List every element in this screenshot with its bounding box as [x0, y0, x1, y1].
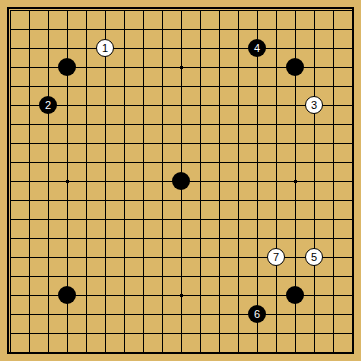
board-cell [162, 48, 181, 67]
board-cell [200, 200, 219, 219]
board-cell [162, 29, 181, 48]
black-handicap-stone [286, 58, 304, 76]
board-cell [105, 67, 124, 86]
board-cell [219, 48, 238, 67]
board-cell [200, 10, 219, 29]
board-cell [124, 124, 143, 143]
board-cell [86, 238, 105, 257]
board-cell [314, 143, 333, 162]
board-cell [105, 200, 124, 219]
board-cell [219, 314, 238, 333]
board-cell [200, 219, 219, 238]
board-cell [10, 86, 29, 105]
board-cell [181, 105, 200, 124]
board-cell [124, 257, 143, 276]
board-cell [48, 257, 67, 276]
board-cell [295, 162, 314, 181]
board-cell [219, 143, 238, 162]
board-cell [162, 86, 181, 105]
board-cell [181, 10, 200, 29]
board-cell [67, 314, 86, 333]
board-cell [86, 124, 105, 143]
board-cell [67, 124, 86, 143]
board-cell [219, 276, 238, 295]
board-cell [29, 10, 48, 29]
board-cell [48, 29, 67, 48]
board-cell [10, 67, 29, 86]
board-cell [238, 124, 257, 143]
board-cell [219, 219, 238, 238]
move-7-stone: 7 [267, 248, 285, 266]
star-point [294, 180, 297, 183]
board-cell [29, 143, 48, 162]
board-cell [276, 105, 295, 124]
board-cell [276, 181, 295, 200]
board-cell [10, 181, 29, 200]
board-cell [181, 333, 200, 352]
board-cell [29, 219, 48, 238]
board-cell [86, 314, 105, 333]
board-cell [162, 257, 181, 276]
board-cell [105, 257, 124, 276]
board-cell [257, 67, 276, 86]
board-cell [67, 257, 86, 276]
board-cell [333, 67, 352, 86]
board-cell [333, 105, 352, 124]
board-cell [200, 48, 219, 67]
board-cell [67, 10, 86, 29]
board-cell [124, 162, 143, 181]
board-cell [314, 333, 333, 352]
board-cell [257, 276, 276, 295]
board-cell [67, 105, 86, 124]
board-cell [29, 124, 48, 143]
board-cell [200, 105, 219, 124]
board-cell [219, 333, 238, 352]
board-cell [86, 86, 105, 105]
board-cell [257, 105, 276, 124]
board-cell [162, 219, 181, 238]
board-cell [162, 105, 181, 124]
board-cell [29, 48, 48, 67]
board-cell [105, 219, 124, 238]
board-cell [105, 162, 124, 181]
board-cell [257, 162, 276, 181]
board-cell [162, 67, 181, 86]
black-handicap-stone [172, 172, 190, 190]
board-cell [219, 10, 238, 29]
board-cell [181, 219, 200, 238]
board-cell [86, 200, 105, 219]
board-cell [181, 257, 200, 276]
board-cell [143, 162, 162, 181]
board-cell [276, 86, 295, 105]
board-cell [276, 162, 295, 181]
board-cell [67, 200, 86, 219]
board-cell [276, 200, 295, 219]
board-cell [295, 124, 314, 143]
board-cell [314, 124, 333, 143]
board-cell [143, 29, 162, 48]
board-cell [124, 295, 143, 314]
board-cell [333, 162, 352, 181]
board-cell [10, 162, 29, 181]
board-cell [124, 181, 143, 200]
board-cell [29, 29, 48, 48]
board-cell [238, 10, 257, 29]
board-cell [257, 219, 276, 238]
board-cell [48, 181, 67, 200]
board-cell [48, 162, 67, 181]
board-cell [276, 314, 295, 333]
board-cell [67, 86, 86, 105]
board-cell [314, 295, 333, 314]
board-cell [162, 238, 181, 257]
board-cell [10, 219, 29, 238]
board-cell [29, 314, 48, 333]
board-cell [295, 314, 314, 333]
board-cell [276, 333, 295, 352]
board-cell [86, 276, 105, 295]
board-cell [238, 105, 257, 124]
board-cell [200, 124, 219, 143]
board-cell [238, 333, 257, 352]
board-cell [333, 333, 352, 352]
board-cell [86, 105, 105, 124]
board-cell [295, 200, 314, 219]
move-number: 4 [254, 42, 260, 53]
board-cell [105, 143, 124, 162]
board-cell [238, 219, 257, 238]
board-cell [124, 29, 143, 48]
board-cell [10, 333, 29, 352]
board-cell [314, 219, 333, 238]
board-cell [200, 162, 219, 181]
board-cell [333, 295, 352, 314]
board-cell [143, 200, 162, 219]
board-cell [200, 86, 219, 105]
board-cell [200, 314, 219, 333]
board-cell [67, 143, 86, 162]
board-cell [314, 181, 333, 200]
board-cell [219, 29, 238, 48]
board-cell [200, 257, 219, 276]
board-cell [105, 86, 124, 105]
board-cell [10, 48, 29, 67]
board-cell [276, 29, 295, 48]
board-cell [124, 314, 143, 333]
board-cell [200, 29, 219, 48]
board-cell [10, 105, 29, 124]
board-cell [67, 238, 86, 257]
board-cell [200, 295, 219, 314]
board-cell [181, 143, 200, 162]
board-cell [314, 276, 333, 295]
board-cell [86, 333, 105, 352]
board-cell [333, 276, 352, 295]
board-cell [295, 29, 314, 48]
board-cell [181, 67, 200, 86]
board-cell [10, 276, 29, 295]
board-cell [48, 10, 67, 29]
board-cell [295, 143, 314, 162]
board-cell [67, 181, 86, 200]
board-cell [314, 67, 333, 86]
board-cell [333, 200, 352, 219]
board-cell [257, 124, 276, 143]
board-cell [124, 48, 143, 67]
board-cell [219, 200, 238, 219]
board-cell [143, 143, 162, 162]
board-cell [105, 276, 124, 295]
board-cell [257, 181, 276, 200]
board-cell [48, 314, 67, 333]
board-cell [143, 257, 162, 276]
board-cell [200, 238, 219, 257]
board-cell [29, 295, 48, 314]
black-handicap-stone [286, 286, 304, 304]
move-6-stone: 6 [248, 305, 266, 323]
board-cell [219, 86, 238, 105]
black-handicap-stone [58, 286, 76, 304]
board-cell [29, 67, 48, 86]
board-cell [143, 124, 162, 143]
board-cell [276, 143, 295, 162]
board-cell [333, 314, 352, 333]
board-cell [295, 333, 314, 352]
board-cell [143, 67, 162, 86]
board-cell [219, 105, 238, 124]
move-3-stone: 3 [305, 96, 323, 114]
board-cell [48, 333, 67, 352]
board-cell [295, 10, 314, 29]
board-cell [238, 257, 257, 276]
board-cell [333, 29, 352, 48]
board-cell [333, 181, 352, 200]
board-cell [105, 314, 124, 333]
board-cell [200, 67, 219, 86]
board-cell [124, 86, 143, 105]
board-cell [143, 295, 162, 314]
board-cell [105, 124, 124, 143]
board-cell [143, 238, 162, 257]
board-cell [10, 314, 29, 333]
board-cell [86, 181, 105, 200]
move-number: 2 [45, 99, 51, 110]
board-cell [86, 162, 105, 181]
move-number: 7 [273, 251, 279, 262]
board-cell [295, 181, 314, 200]
board-cell [276, 124, 295, 143]
board-cell [276, 10, 295, 29]
board-cell [143, 219, 162, 238]
board-cell [124, 10, 143, 29]
board-cell [238, 200, 257, 219]
board-cell [10, 10, 29, 29]
board-cell [238, 67, 257, 86]
board-cell [10, 238, 29, 257]
board-cell [314, 200, 333, 219]
board-cell [29, 257, 48, 276]
board-cell [200, 181, 219, 200]
board-cell [333, 86, 352, 105]
board-cell [10, 200, 29, 219]
star-point [180, 66, 183, 69]
board-cell [143, 10, 162, 29]
move-4-stone: 4 [248, 39, 266, 57]
board-cell [29, 200, 48, 219]
move-number: 5 [311, 251, 317, 262]
board-cell [181, 29, 200, 48]
board-cell [333, 48, 352, 67]
board-cell [67, 29, 86, 48]
board-cell [333, 124, 352, 143]
board-cell [333, 10, 352, 29]
board-cell [124, 200, 143, 219]
move-number: 1 [102, 42, 108, 53]
board-cell [219, 238, 238, 257]
board-cell [333, 257, 352, 276]
board-cell [143, 105, 162, 124]
board-cell [314, 10, 333, 29]
board-cell [29, 276, 48, 295]
board-cell [257, 86, 276, 105]
board-cell [67, 219, 86, 238]
board-cell [219, 257, 238, 276]
board-cell [29, 181, 48, 200]
board-cell [162, 314, 181, 333]
board-cell [48, 124, 67, 143]
board-cell [238, 143, 257, 162]
board-cell [10, 143, 29, 162]
board-cell [257, 200, 276, 219]
board-cell [238, 181, 257, 200]
board-cell [162, 124, 181, 143]
board-cell [200, 143, 219, 162]
board-cell [48, 238, 67, 257]
board-cell [238, 162, 257, 181]
board-cell [181, 124, 200, 143]
board-cell [105, 181, 124, 200]
board-cell [124, 238, 143, 257]
board-cell [105, 333, 124, 352]
board-cell [238, 86, 257, 105]
board-cell [181, 295, 200, 314]
move-1-stone: 1 [96, 39, 114, 57]
board-cell [257, 10, 276, 29]
board-cell [181, 86, 200, 105]
board-cell [219, 162, 238, 181]
board-cell [219, 181, 238, 200]
board-cell [200, 276, 219, 295]
star-point [180, 294, 183, 297]
board-cell [181, 238, 200, 257]
board-cell [86, 143, 105, 162]
board-cell [162, 10, 181, 29]
board-cell [143, 333, 162, 352]
board-cell [295, 219, 314, 238]
board-cell [124, 105, 143, 124]
board-cell [48, 219, 67, 238]
board-cell [314, 162, 333, 181]
board-cell [86, 219, 105, 238]
board-cell [143, 276, 162, 295]
board-cell [124, 67, 143, 86]
board-cell [181, 276, 200, 295]
board-cell [10, 124, 29, 143]
board-cell [86, 257, 105, 276]
board-cell [333, 143, 352, 162]
board-cell [105, 295, 124, 314]
board-cell [181, 200, 200, 219]
board-cell [29, 333, 48, 352]
board-cell [162, 143, 181, 162]
board-cell [105, 10, 124, 29]
board-cell [333, 238, 352, 257]
board-cell [257, 333, 276, 352]
board-cell [124, 219, 143, 238]
board-cell [124, 143, 143, 162]
board-cell [124, 333, 143, 352]
board-cell [143, 314, 162, 333]
board-cell [86, 10, 105, 29]
move-number: 3 [311, 99, 317, 110]
board-cell [200, 333, 219, 352]
star-point [66, 180, 69, 183]
board-cell [10, 295, 29, 314]
go-board[interactable]: 1234567 [0, 0, 361, 361]
board-cell [314, 314, 333, 333]
board-cell [162, 276, 181, 295]
board-cell [219, 67, 238, 86]
board-cell [105, 238, 124, 257]
board-cell [276, 219, 295, 238]
board-cell [162, 200, 181, 219]
board-cell [257, 143, 276, 162]
board-cell [48, 143, 67, 162]
move-5-stone: 5 [305, 248, 323, 266]
board-cell [143, 48, 162, 67]
board-cell [124, 276, 143, 295]
board-cell [219, 124, 238, 143]
board-cell [238, 238, 257, 257]
board-cell [143, 86, 162, 105]
board-cell [29, 238, 48, 257]
board-cell [333, 219, 352, 238]
board-cell [314, 29, 333, 48]
board-cell [10, 29, 29, 48]
board-cell [162, 333, 181, 352]
board-cell [86, 67, 105, 86]
board-cell [181, 48, 200, 67]
board-cell [67, 162, 86, 181]
board-cell [238, 276, 257, 295]
board-cell [105, 105, 124, 124]
black-handicap-stone [58, 58, 76, 76]
move-number: 6 [254, 308, 260, 319]
board-cell [162, 295, 181, 314]
board-cell [314, 48, 333, 67]
board-cell [10, 257, 29, 276]
board-cell [48, 200, 67, 219]
board-cell [67, 333, 86, 352]
board-cell [29, 162, 48, 181]
move-2-stone: 2 [39, 96, 57, 114]
board-cell [219, 295, 238, 314]
board-cell [143, 181, 162, 200]
board-cell [86, 295, 105, 314]
board-cell [181, 314, 200, 333]
